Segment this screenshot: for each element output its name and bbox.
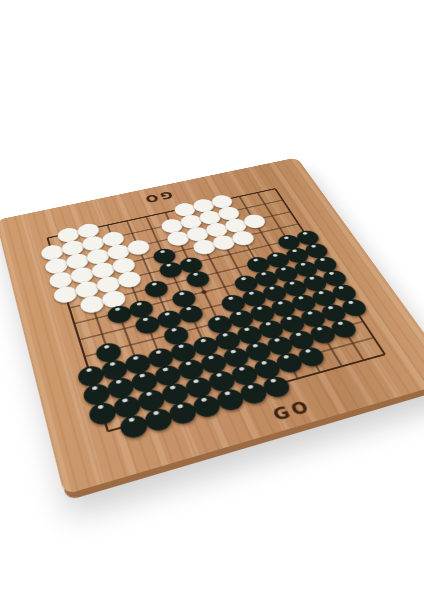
go-engraving-top: GO [141,189,175,206]
photo-background: GO ●●●●●●●●●●●●●●●●●●●●●●●●●●●●●●●●●●●●●… [0,0,424,600]
board-grid: ●●●●●●●●●●●●●●●●●●●●●●●●●●●●●●●●●●●●●●●●… [35,181,401,445]
go-engraving-bottom: GO [270,397,316,425]
board-grid-area: ●●●●●●●●●●●●●●●●●●●●●●●●●●●●●●●●●●●●●●●●… [35,181,401,445]
go-board: GO ●●●●●●●●●●●●●●●●●●●●●●●●●●●●●●●●●●●●●… [0,157,424,494]
